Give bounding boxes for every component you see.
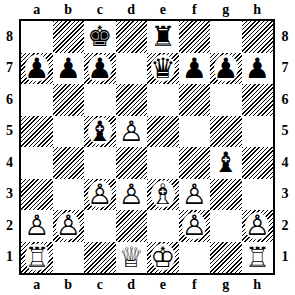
square-a1[interactable]: ♖ [21,242,53,274]
square-h5[interactable] [242,116,274,148]
square-c1[interactable] [84,242,116,274]
rank-label-3: 3 [0,179,19,211]
white-pawn[interactable]: ♙ [53,210,85,242]
black-king[interactable]: ♚ [84,21,116,53]
white-rook[interactable]: ♖ [21,242,53,274]
file-labels-top: abcdefgh [21,0,273,19]
square-f4[interactable] [179,147,211,179]
file-label-f: f [179,0,211,19]
square-c8[interactable]: ♚ [84,21,116,53]
rank-label-3: 3 [275,179,295,211]
square-b3[interactable] [53,179,85,211]
square-b7[interactable]: ♟ [53,53,85,85]
square-h1[interactable]: ♖ [242,242,274,274]
black-pawn[interactable]: ♟ [179,53,211,85]
file-label-h: h [242,0,274,19]
square-h6[interactable] [242,84,274,116]
rank-label-8: 8 [0,21,19,53]
file-label-b: b [53,0,85,19]
file-label-a: a [21,0,53,19]
rank-label-5: 5 [275,116,295,148]
rank-label-5: 5 [0,116,19,148]
square-c6[interactable] [84,84,116,116]
square-g6[interactable] [210,84,242,116]
file-label-e: e [147,274,179,295]
rank-labels-right: 87654321 [275,21,295,273]
black-pawn[interactable]: ♟ [21,53,53,85]
rank-label-2: 2 [275,210,295,242]
square-f8[interactable] [179,21,211,53]
square-g4[interactable]: ♝ [210,147,242,179]
rank-label-1: 1 [0,242,19,274]
square-g7[interactable]: ♟ [210,53,242,85]
square-c7[interactable]: ♟ [84,53,116,85]
square-a8[interactable] [21,21,53,53]
square-d7[interactable] [116,53,148,85]
rank-label-6: 6 [0,84,19,116]
square-f7[interactable]: ♟ [179,53,211,85]
square-g1[interactable] [210,242,242,274]
white-bishop[interactable]: ♗ [147,179,179,211]
square-b1[interactable] [53,242,85,274]
black-pawn[interactable]: ♟ [242,53,274,85]
rank-label-2: 2 [0,210,19,242]
square-d3[interactable]: ♙ [116,179,148,211]
square-e4[interactable] [147,147,179,179]
file-label-a: a [21,274,53,295]
square-h3[interactable] [242,179,274,211]
square-b5[interactable] [53,116,85,148]
square-b8[interactable] [53,21,85,53]
chess-board[interactable]: ♚♜♟♟♟♛♟♟♟♝♙♝♙♙♗♙♙♙♙♙♖♕♔♖ [19,19,275,275]
square-h7[interactable]: ♟ [242,53,274,85]
square-h4[interactable] [242,147,274,179]
square-c2[interactable] [84,210,116,242]
square-e2[interactable] [147,210,179,242]
file-label-g: g [210,274,242,295]
square-f6[interactable] [179,84,211,116]
white-pawn[interactable]: ♙ [179,210,211,242]
square-c5[interactable]: ♝ [84,116,116,148]
file-label-g: g [210,0,242,19]
square-a2[interactable]: ♙ [21,210,53,242]
square-g2[interactable] [210,210,242,242]
square-d1[interactable]: ♕ [116,242,148,274]
white-pawn[interactable]: ♙ [179,179,211,211]
black-queen[interactable]: ♛ [147,53,179,85]
square-g3[interactable] [210,179,242,211]
black-rook[interactable]: ♜ [147,21,179,53]
rank-label-8: 8 [275,21,295,53]
square-e3[interactable]: ♗ [147,179,179,211]
square-f2[interactable]: ♙ [179,210,211,242]
square-b2[interactable]: ♙ [53,210,85,242]
file-label-c: c [84,274,116,295]
square-f5[interactable] [179,116,211,148]
white-queen[interactable]: ♕ [116,242,148,274]
rank-label-4: 4 [0,147,19,179]
square-d4[interactable] [116,147,148,179]
chess-diagram: abcdefgh abcdefgh 87654321 87654321 ♚♜♟♟… [0,0,295,295]
white-king[interactable]: ♔ [147,242,179,274]
square-a7[interactable]: ♟ [21,53,53,85]
white-rook[interactable]: ♖ [242,242,274,274]
file-label-d: d [116,274,148,295]
square-h2[interactable]: ♙ [242,210,274,242]
black-bishop[interactable]: ♝ [210,147,242,179]
white-pawn[interactable]: ♙ [242,210,274,242]
square-b6[interactable] [53,84,85,116]
file-labels-bottom: abcdefgh [21,274,273,295]
file-label-h: h [242,274,274,295]
file-label-b: b [53,274,85,295]
square-a4[interactable] [21,147,53,179]
square-e8[interactable]: ♜ [147,21,179,53]
square-a5[interactable] [21,116,53,148]
square-e5[interactable] [147,116,179,148]
white-pawn[interactable]: ♙ [116,116,148,148]
rank-label-7: 7 [275,53,295,85]
rank-label-4: 4 [275,147,295,179]
black-pawn[interactable]: ♟ [84,53,116,85]
rank-label-7: 7 [0,53,19,85]
black-bishop[interactable]: ♝ [84,116,116,148]
square-a3[interactable] [21,179,53,211]
square-d6[interactable] [116,84,148,116]
square-f3[interactable]: ♙ [179,179,211,211]
white-pawn[interactable]: ♙ [84,179,116,211]
square-e1[interactable]: ♔ [147,242,179,274]
square-e7[interactable]: ♛ [147,53,179,85]
square-g8[interactable] [210,21,242,53]
white-pawn[interactable]: ♙ [116,179,148,211]
black-pawn[interactable]: ♟ [53,53,85,85]
square-f1[interactable] [179,242,211,274]
square-a6[interactable] [21,84,53,116]
rank-labels-left: 87654321 [0,21,19,273]
square-d5[interactable]: ♙ [116,116,148,148]
file-label-f: f [179,274,211,295]
square-c3[interactable]: ♙ [84,179,116,211]
square-h8[interactable] [242,21,274,53]
square-b4[interactable] [53,147,85,179]
rank-label-1: 1 [275,242,295,274]
square-g5[interactable] [210,116,242,148]
file-label-e: e [147,0,179,19]
square-d8[interactable] [116,21,148,53]
rank-label-6: 6 [275,84,295,116]
square-c4[interactable] [84,147,116,179]
white-pawn[interactable]: ♙ [21,210,53,242]
black-pawn[interactable]: ♟ [210,53,242,85]
square-e6[interactable] [147,84,179,116]
file-label-c: c [84,0,116,19]
square-d2[interactable] [116,210,148,242]
file-label-d: d [116,0,148,19]
